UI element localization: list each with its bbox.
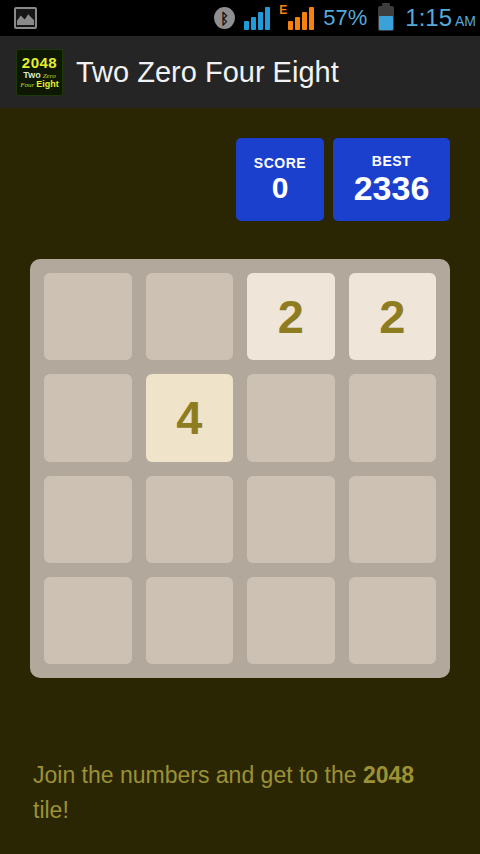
hint-highlight-2048: 2048 [363, 762, 414, 788]
battery-icon [378, 6, 394, 31]
bluetooth-icon: ᛒ [214, 7, 235, 29]
board-cell [247, 374, 335, 461]
best-value: 2336 [354, 169, 430, 208]
board-cell: 2 [349, 273, 437, 360]
board-cell [44, 273, 132, 360]
gallery-notification-icon [14, 7, 37, 29]
hint-after: tile! [33, 797, 69, 823]
page-title: Two Zero Four Eight [76, 56, 339, 89]
board-cell [146, 577, 234, 664]
board-cell [146, 273, 234, 360]
board-cell: 4 [146, 374, 234, 461]
battery-percent-label: 57% [323, 5, 367, 31]
time-label: 1:15 [405, 4, 452, 32]
edge-network-label: E [279, 3, 287, 17]
app-bar: 2048 Two Zero Four Eight Two Zero Four E… [0, 36, 480, 108]
board-cell: 2 [247, 273, 335, 360]
sim2-signal-icon: E [279, 6, 314, 30]
score-value: 0 [272, 171, 289, 206]
game-board[interactable]: 2 2 4 [30, 259, 450, 678]
logo-2048-text: 2048 [22, 55, 57, 70]
board-cell [44, 577, 132, 664]
mountain-shape [17, 13, 34, 25]
score-box: SCORE 0 [236, 138, 324, 221]
board-cell [44, 374, 132, 461]
app-logo-icon: 2048 Two Zero Four Eight [16, 49, 63, 96]
board-cell [349, 374, 437, 461]
status-bar: ᛒ E 57% 1:15 AM [0, 0, 480, 36]
board-cell [146, 476, 234, 563]
sim1-signal-icon [244, 6, 270, 30]
score-label: SCORE [254, 155, 306, 171]
board-cell [349, 476, 437, 563]
status-clock: 1:15 AM [405, 4, 476, 32]
board-cell [349, 577, 437, 664]
board-cell [247, 476, 335, 563]
meridiem-label: AM [455, 13, 476, 29]
board-cell [247, 577, 335, 664]
best-label: BEST [372, 153, 411, 169]
game-hint-text: Join the numbers and get to the 2048 til… [33, 758, 435, 828]
best-box: BEST 2336 [333, 138, 450, 221]
hint-before: Join the numbers and get to the [33, 762, 363, 788]
board-cell [44, 476, 132, 563]
